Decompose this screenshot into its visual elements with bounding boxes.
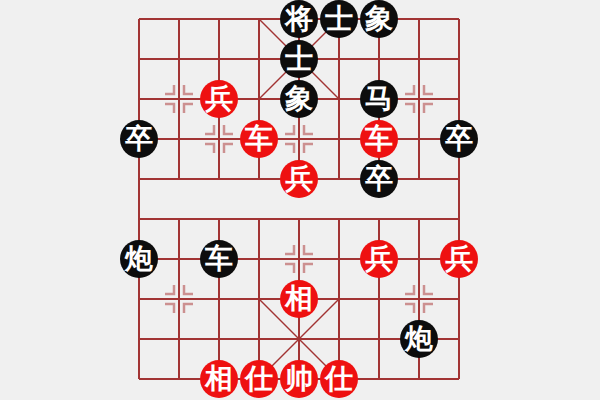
black-horse[interactable]: 马 (360, 80, 398, 118)
black-chariot[interactable]: 车 (200, 240, 238, 278)
black-elephant[interactable]: 象 (360, 0, 398, 38)
xiangqi-app-background: 将士象士兵象马卒车车卒兵卒炮车兵兵相炮相仕帅仕 (0, 0, 600, 400)
black-soldier[interactable]: 卒 (120, 120, 158, 158)
red-general[interactable]: 帅 (280, 360, 318, 398)
red-soldier[interactable]: 兵 (360, 240, 398, 278)
black-advisor[interactable]: 士 (280, 40, 318, 78)
red-elephant[interactable]: 相 (280, 280, 318, 318)
xiangqi-board[interactable]: 将士象士兵象马卒车车卒兵卒炮车兵兵相炮相仕帅仕 (0, 0, 600, 400)
black-advisor[interactable]: 士 (320, 0, 358, 38)
black-soldier[interactable]: 卒 (440, 120, 478, 158)
red-soldier[interactable]: 兵 (280, 160, 318, 198)
red-advisor[interactable]: 仕 (240, 360, 278, 398)
red-soldier[interactable]: 兵 (440, 240, 478, 278)
red-soldier[interactable]: 兵 (200, 80, 238, 118)
red-advisor[interactable]: 仕 (320, 360, 358, 398)
red-elephant[interactable]: 相 (200, 360, 238, 398)
black-general[interactable]: 将 (280, 0, 318, 38)
black-cannon[interactable]: 炮 (120, 240, 158, 278)
black-soldier[interactable]: 卒 (360, 160, 398, 198)
black-elephant[interactable]: 象 (280, 80, 318, 118)
black-cannon[interactable]: 炮 (400, 320, 438, 358)
red-chariot[interactable]: 车 (360, 120, 398, 158)
red-chariot[interactable]: 车 (240, 120, 278, 158)
